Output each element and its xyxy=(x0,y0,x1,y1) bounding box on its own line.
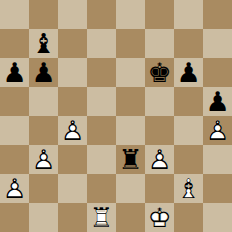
square-c3[interactable] xyxy=(58,145,87,174)
square-d1[interactable]: ♜︎♖︎ xyxy=(87,203,116,232)
square-d2[interactable] xyxy=(87,174,116,203)
white-pawn[interactable]: ♟︎♙︎ xyxy=(0,174,29,203)
white-king[interactable]: ♚︎♔︎ xyxy=(145,203,174,232)
white-pawn[interactable]: ♟︎♙︎ xyxy=(145,145,174,174)
square-a7[interactable] xyxy=(0,29,29,58)
square-g8[interactable] xyxy=(174,0,203,29)
square-h7[interactable] xyxy=(203,29,232,58)
square-g2[interactable]: ♝︎♗︎ xyxy=(174,174,203,203)
square-e6[interactable] xyxy=(116,58,145,87)
black-pawn-glyph: ♟︎ xyxy=(205,87,229,116)
square-b1[interactable] xyxy=(29,203,58,232)
square-c4[interactable]: ♟︎♙︎ xyxy=(58,116,87,145)
black-pawn-glyph: ♟︎ xyxy=(31,58,55,87)
square-g4[interactable] xyxy=(174,116,203,145)
black-pawn-glyph: ♟︎ xyxy=(2,58,26,87)
square-g6[interactable]: ♟︎ xyxy=(174,58,203,87)
square-g5[interactable] xyxy=(174,87,203,116)
square-f5[interactable] xyxy=(145,87,174,116)
square-f1[interactable]: ♚︎♔︎ xyxy=(145,203,174,232)
square-c8[interactable] xyxy=(58,0,87,29)
square-a3[interactable] xyxy=(0,145,29,174)
square-b6[interactable]: ♟︎ xyxy=(29,58,58,87)
square-h8[interactable] xyxy=(203,0,232,29)
black-pawn[interactable]: ♟︎ xyxy=(0,58,29,87)
black-king-glyph: ♚︎ xyxy=(147,58,171,87)
black-bishop[interactable]: ♝︎ xyxy=(29,29,58,58)
white-pawn-outline: ♙︎ xyxy=(2,174,26,203)
square-e8[interactable] xyxy=(116,0,145,29)
white-bishop[interactable]: ♝︎♗︎ xyxy=(174,174,203,203)
square-e7[interactable] xyxy=(116,29,145,58)
white-king-outline: ♔︎ xyxy=(147,203,171,232)
square-f4[interactable] xyxy=(145,116,174,145)
white-pawn[interactable]: ♟︎♙︎ xyxy=(203,116,232,145)
square-h3[interactable] xyxy=(203,145,232,174)
square-g1[interactable] xyxy=(174,203,203,232)
square-c6[interactable] xyxy=(58,58,87,87)
square-a2[interactable]: ♟︎♙︎ xyxy=(0,174,29,203)
white-rook[interactable]: ♜︎♖︎ xyxy=(87,203,116,232)
black-bishop-glyph: ♝︎ xyxy=(31,29,55,58)
square-a4[interactable] xyxy=(0,116,29,145)
black-king[interactable]: ♚︎ xyxy=(145,58,174,87)
square-e4[interactable] xyxy=(116,116,145,145)
white-pawn-outline: ♙︎ xyxy=(205,116,229,145)
white-pawn-outline: ♙︎ xyxy=(31,145,55,174)
square-d8[interactable] xyxy=(87,0,116,29)
square-d7[interactable] xyxy=(87,29,116,58)
square-e2[interactable] xyxy=(116,174,145,203)
square-e1[interactable] xyxy=(116,203,145,232)
black-pawn[interactable]: ♟︎ xyxy=(203,87,232,116)
square-c1[interactable] xyxy=(58,203,87,232)
white-bishop-outline: ♗︎ xyxy=(176,174,200,203)
square-b3[interactable]: ♟︎♙︎ xyxy=(29,145,58,174)
black-pawn[interactable]: ♟︎ xyxy=(29,58,58,87)
square-h5[interactable]: ♟︎ xyxy=(203,87,232,116)
square-a6[interactable]: ♟︎ xyxy=(0,58,29,87)
square-h1[interactable] xyxy=(203,203,232,232)
square-b8[interactable] xyxy=(29,0,58,29)
square-g7[interactable] xyxy=(174,29,203,58)
chess-board-window: ♝︎♟︎♟︎♚︎♟︎♟︎♟︎♙︎♟︎♙︎♟︎♙︎♜︎♟︎♙︎♟︎♙︎♝︎♗︎♜︎… xyxy=(0,0,232,232)
square-d6[interactable] xyxy=(87,58,116,87)
square-d5[interactable] xyxy=(87,87,116,116)
square-h2[interactable] xyxy=(203,174,232,203)
square-c7[interactable] xyxy=(58,29,87,58)
white-pawn[interactable]: ♟︎♙︎ xyxy=(58,116,87,145)
chess-board: ♝︎♟︎♟︎♚︎♟︎♟︎♟︎♙︎♟︎♙︎♟︎♙︎♜︎♟︎♙︎♟︎♙︎♝︎♗︎♜︎… xyxy=(0,0,232,232)
square-h4[interactable]: ♟︎♙︎ xyxy=(203,116,232,145)
square-h6[interactable] xyxy=(203,58,232,87)
square-f8[interactable] xyxy=(145,0,174,29)
square-d4[interactable] xyxy=(87,116,116,145)
square-g3[interactable] xyxy=(174,145,203,174)
square-f2[interactable] xyxy=(145,174,174,203)
square-b4[interactable] xyxy=(29,116,58,145)
white-pawn-outline: ♙︎ xyxy=(147,145,171,174)
white-pawn-outline: ♙︎ xyxy=(60,116,84,145)
square-b5[interactable] xyxy=(29,87,58,116)
square-f6[interactable]: ♚︎ xyxy=(145,58,174,87)
square-b2[interactable] xyxy=(29,174,58,203)
black-pawn[interactable]: ♟︎ xyxy=(174,58,203,87)
square-a5[interactable] xyxy=(0,87,29,116)
square-c5[interactable] xyxy=(58,87,87,116)
square-c2[interactable] xyxy=(58,174,87,203)
white-rook-outline: ♖︎ xyxy=(89,203,113,232)
square-a8[interactable] xyxy=(0,0,29,29)
black-rook[interactable]: ♜︎ xyxy=(116,145,145,174)
square-b7[interactable]: ♝︎ xyxy=(29,29,58,58)
black-pawn-glyph: ♟︎ xyxy=(176,58,200,87)
square-a1[interactable] xyxy=(0,203,29,232)
black-rook-glyph: ♜︎ xyxy=(118,145,142,174)
white-pawn[interactable]: ♟︎♙︎ xyxy=(29,145,58,174)
square-e5[interactable] xyxy=(116,87,145,116)
square-e3[interactable]: ♜︎ xyxy=(116,145,145,174)
square-f3[interactable]: ♟︎♙︎ xyxy=(145,145,174,174)
square-f7[interactable] xyxy=(145,29,174,58)
square-d3[interactable] xyxy=(87,145,116,174)
